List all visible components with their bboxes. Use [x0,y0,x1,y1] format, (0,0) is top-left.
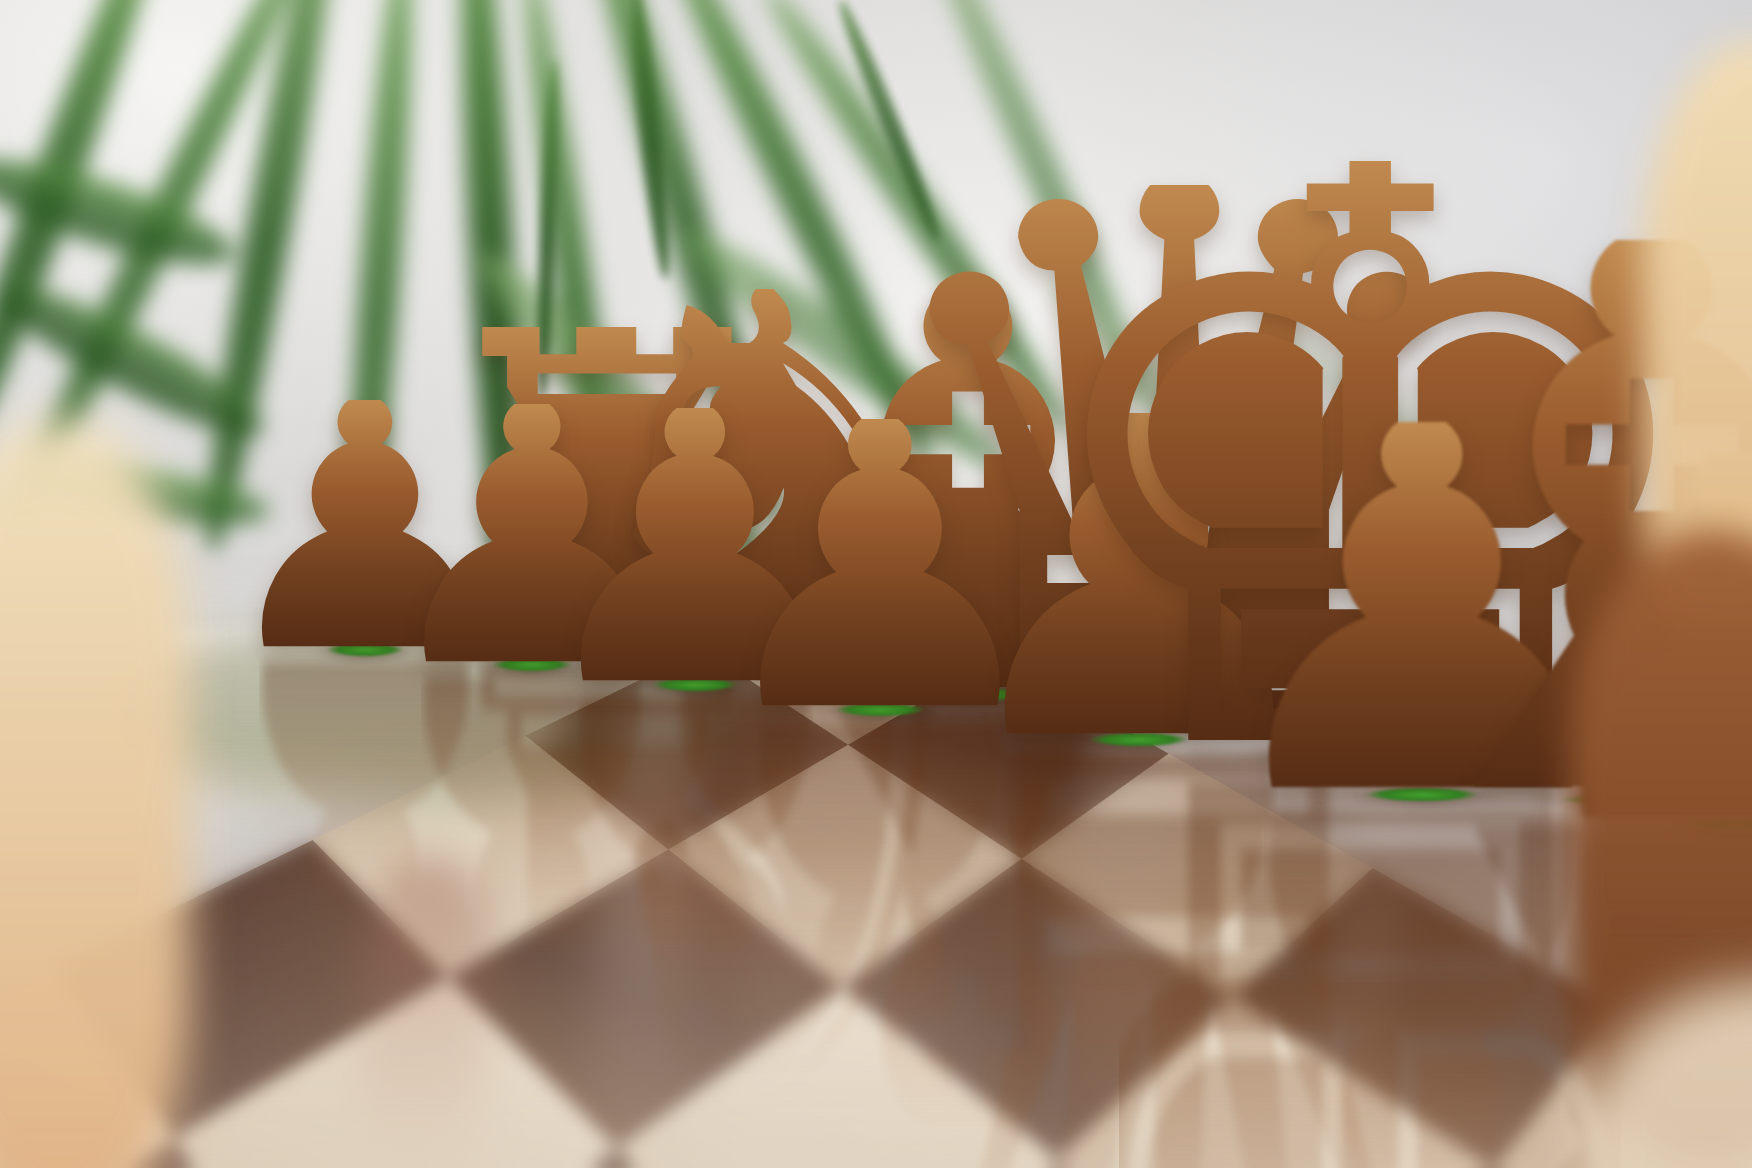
chess-photo-scene: ♜♜♞♞♝♝♛♛♚♚♝♝♟♟♟♟♟♟♟♟♟♟♟♟♟♟ [0,0,1752,1168]
black-pawn-glyph: ♟ [1577,460,1752,830]
piece-glyph-char: ♟ [1506,452,1752,830]
